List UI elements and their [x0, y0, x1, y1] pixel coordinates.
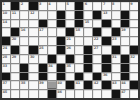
letter-cell[interactable]: 17: [39, 28, 47, 36]
letter-cell[interactable]: [29, 28, 37, 36]
clue-number: 7: [102, 2, 105, 6]
block-cell: [84, 64, 92, 72]
clue-number: 42: [93, 81, 98, 85]
block-cell: [2, 73, 10, 81]
letter-cell[interactable]: [29, 20, 37, 28]
letter-cell[interactable]: [93, 55, 101, 63]
letter-cell[interactable]: 2: [20, 2, 28, 10]
letter-cell[interactable]: [93, 2, 101, 10]
letter-cell[interactable]: [29, 81, 37, 89]
block-cell: [102, 64, 110, 72]
letter-cell[interactable]: 42: [93, 81, 101, 89]
letter-cell[interactable]: [48, 28, 56, 36]
clue-number: 26: [66, 46, 71, 50]
letter-cell[interactable]: 31: [112, 55, 120, 63]
crossword-grid: 1234567891011121314151617181920212223242…: [0, 0, 140, 100]
letter-cell[interactable]: [66, 73, 74, 81]
letter-cell[interactable]: 46: [57, 90, 65, 98]
block-cell: [20, 73, 28, 81]
letter-cell[interactable]: 11: [11, 11, 19, 19]
letter-cell[interactable]: [48, 37, 56, 45]
puzzle-board: 1234567891011121314151617181920212223242…: [0, 0, 140, 100]
letter-cell[interactable]: [84, 37, 92, 45]
letter-cell[interactable]: 32: [130, 55, 138, 63]
letter-cell[interactable]: [11, 20, 19, 28]
letter-cell[interactable]: [48, 73, 56, 81]
letter-cell[interactable]: 8: [112, 2, 120, 10]
clue-number: 12: [29, 11, 34, 15]
clue-number: 44: [121, 81, 126, 85]
letter-cell[interactable]: 23: [112, 37, 120, 45]
letter-cell[interactable]: 20: [11, 37, 19, 45]
block-cell: [112, 46, 120, 54]
letter-cell[interactable]: [130, 37, 138, 45]
clue-number: 15: [84, 20, 89, 24]
block-cell: [93, 11, 101, 19]
block-cell: [57, 46, 65, 54]
letter-cell[interactable]: 14: [2, 20, 10, 28]
letter-cell[interactable]: [66, 11, 74, 19]
block-cell: [2, 37, 10, 45]
letter-cell[interactable]: [11, 90, 19, 98]
block-cell: [75, 11, 83, 19]
block-cell: [112, 28, 120, 36]
block-cell: [57, 37, 65, 45]
letter-cell[interactable]: 43: [112, 81, 120, 89]
block-cell: [121, 55, 129, 63]
clue-number: 46: [57, 90, 62, 94]
block-cell: [39, 73, 47, 81]
letter-cell[interactable]: 9: [130, 2, 138, 10]
clue-number: 21: [66, 37, 71, 41]
letter-cell[interactable]: [112, 20, 120, 28]
letter-cell[interactable]: [75, 37, 83, 45]
letter-cell[interactable]: [75, 46, 83, 54]
letter-cell[interactable]: 13: [102, 11, 110, 19]
block-cell: [48, 55, 56, 63]
letter-cell[interactable]: [11, 64, 19, 72]
letter-cell[interactable]: [11, 81, 19, 89]
clue-number: 18: [75, 28, 80, 32]
letter-cell[interactable]: [75, 90, 83, 98]
letter-cell[interactable]: 26: [66, 46, 74, 54]
block-cell: [121, 20, 129, 28]
letter-cell[interactable]: 28: [2, 55, 10, 63]
letter-cell[interactable]: [66, 20, 74, 28]
clue-number: 8: [112, 2, 115, 6]
block-cell: [48, 90, 56, 98]
clue-number: 45: [2, 90, 7, 94]
selected-cell[interactable]: [48, 81, 56, 89]
clue-number: 28: [2, 55, 7, 59]
block-cell: [11, 46, 19, 54]
letter-cell[interactable]: 24: [2, 46, 10, 54]
letter-cell[interactable]: [11, 73, 19, 81]
letter-cell[interactable]: 3: [39, 2, 47, 10]
letter-cell[interactable]: [84, 73, 92, 81]
clue-number: 39: [39, 81, 44, 85]
block-cell: [75, 2, 83, 10]
block-cell: [84, 81, 92, 89]
clue-number: 31: [112, 55, 117, 59]
letter-cell[interactable]: [121, 46, 129, 54]
letter-cell[interactable]: 37: [2, 81, 10, 89]
block-cell: [102, 37, 110, 45]
block-cell: [29, 46, 37, 54]
block-cell: [121, 11, 129, 19]
block-cell: [84, 55, 92, 63]
clue-number: 40: [57, 81, 62, 85]
letter-cell[interactable]: 34: [48, 64, 56, 72]
clue-number: 38: [20, 81, 25, 85]
letter-cell[interactable]: [112, 64, 120, 72]
letter-cell[interactable]: 16: [20, 28, 28, 36]
clue-number: 11: [11, 11, 16, 15]
letter-cell[interactable]: [84, 28, 92, 36]
letter-cell[interactable]: [112, 11, 120, 19]
block-cell: [102, 81, 110, 89]
block-cell: [93, 73, 101, 81]
letter-cell[interactable]: [84, 11, 92, 19]
letter-cell[interactable]: 7: [102, 2, 110, 10]
letter-cell[interactable]: [75, 64, 83, 72]
letter-cell[interactable]: [20, 20, 28, 28]
letter-cell[interactable]: [102, 28, 110, 36]
clue-number: 25: [39, 46, 44, 50]
letter-cell[interactable]: 12: [29, 11, 37, 19]
letter-cell[interactable]: 15: [84, 20, 92, 28]
letter-cell[interactable]: [121, 2, 129, 10]
block-cell: [112, 90, 120, 98]
letter-cell[interactable]: [93, 64, 101, 72]
letter-cell[interactable]: [57, 28, 65, 36]
letter-cell[interactable]: [20, 37, 28, 45]
letter-cell[interactable]: 19: [121, 28, 129, 36]
letter-cell[interactable]: [102, 90, 110, 98]
letter-cell[interactable]: 45: [2, 90, 10, 98]
block-cell: [93, 28, 101, 36]
block-cell: [84, 46, 92, 54]
clue-number: 36: [102, 73, 107, 77]
block-cell: [57, 73, 65, 81]
clue-number: 17: [39, 28, 44, 32]
clue-number: 30: [29, 55, 34, 59]
letter-cell[interactable]: [39, 11, 47, 19]
block-cell: [39, 64, 47, 72]
block-cell: [20, 64, 28, 72]
clue-number: 19: [121, 28, 126, 32]
letter-cell[interactable]: 25: [39, 46, 47, 54]
letter-cell[interactable]: [93, 90, 101, 98]
letter-cell[interactable]: 44: [121, 81, 129, 89]
letter-cell[interactable]: [57, 55, 65, 63]
clue-number: 16: [20, 28, 25, 32]
letter-cell[interactable]: 39: [39, 81, 47, 89]
letter-cell[interactable]: [20, 90, 28, 98]
block-cell: [121, 73, 129, 81]
letter-cell[interactable]: [112, 73, 120, 81]
letter-cell[interactable]: [130, 28, 138, 36]
letter-cell[interactable]: 10: [2, 11, 10, 19]
letter-cell[interactable]: [121, 37, 129, 45]
clue-number: 23: [112, 37, 117, 41]
block-cell: [39, 20, 47, 28]
letter-cell[interactable]: [48, 20, 56, 28]
clue-number: 4: [48, 2, 51, 6]
clue-number: 22: [93, 37, 98, 41]
letter-cell[interactable]: [57, 2, 65, 10]
clue-number: 24: [2, 46, 7, 50]
clue-number: 13: [102, 11, 107, 15]
letter-cell[interactable]: 21: [66, 37, 74, 45]
clue-number: 34: [48, 64, 53, 68]
block-cell: [29, 2, 37, 10]
clue-number: 43: [112, 81, 117, 85]
clue-number: 6: [84, 2, 87, 6]
letter-cell[interactable]: 5: [66, 2, 74, 10]
letter-cell[interactable]: 30: [29, 55, 37, 63]
letter-cell[interactable]: 38: [20, 81, 28, 89]
block-cell: [130, 81, 138, 89]
letter-cell[interactable]: [130, 64, 138, 72]
letter-cell[interactable]: 27: [93, 46, 101, 54]
letter-cell[interactable]: [93, 20, 101, 28]
letter-cell[interactable]: 18: [75, 28, 83, 36]
letter-cell[interactable]: 35: [66, 64, 74, 72]
block-cell: [66, 81, 74, 89]
letter-cell[interactable]: [130, 73, 138, 81]
clue-number: 9: [130, 2, 133, 6]
letter-cell[interactable]: [29, 37, 37, 45]
block-cell: [57, 11, 65, 19]
block-cell: [11, 2, 19, 10]
clue-number: 14: [2, 20, 7, 24]
letter-cell[interactable]: [20, 11, 28, 19]
block-cell: [11, 28, 19, 36]
letter-cell[interactable]: [20, 55, 28, 63]
letter-cell[interactable]: [39, 55, 47, 63]
block-cell: [121, 64, 129, 72]
clue-number: 37: [2, 81, 7, 85]
clue-number: 47: [121, 90, 126, 94]
letter-cell[interactable]: [29, 90, 37, 98]
letter-cell[interactable]: [29, 64, 37, 72]
letter-cell[interactable]: 22: [93, 37, 101, 45]
letter-cell[interactable]: [130, 20, 138, 28]
block-cell: [75, 73, 83, 81]
clue-number: 33: [2, 64, 7, 68]
letter-cell[interactable]: 47: [121, 90, 129, 98]
clue-number: 29: [11, 55, 16, 59]
letter-cell[interactable]: 29: [11, 55, 19, 63]
clue-number: 20: [11, 37, 16, 41]
letter-cell[interactable]: [29, 73, 37, 81]
letter-cell[interactable]: [39, 90, 47, 98]
block-cell: [66, 28, 74, 36]
clue-number: 1: [2, 2, 5, 6]
clue-number: 3: [39, 2, 42, 6]
block-cell: [102, 20, 110, 28]
clue-number: 2: [20, 2, 23, 6]
letter-cell[interactable]: 36: [102, 73, 110, 81]
letter-cell[interactable]: [75, 55, 83, 63]
block-cell: [66, 55, 74, 63]
clue-number: 10: [2, 11, 7, 15]
block-cell: [102, 55, 110, 63]
block-cell: [130, 46, 138, 54]
letter-cell[interactable]: [102, 46, 110, 54]
letter-cell[interactable]: 1: [2, 2, 10, 10]
letter-cell[interactable]: [48, 11, 56, 19]
clue-number: 27: [93, 46, 98, 50]
block-cell: [57, 64, 65, 72]
clue-number: 5: [66, 2, 69, 6]
letter-cell[interactable]: 4: [48, 2, 56, 10]
block-cell: [57, 20, 65, 28]
letter-cell[interactable]: [130, 90, 138, 98]
letter-cell[interactable]: 33: [2, 64, 10, 72]
clue-number: 35: [66, 64, 71, 68]
block-cell: [75, 20, 83, 28]
letter-cell[interactable]: 6: [84, 2, 92, 10]
letter-cell[interactable]: [130, 11, 138, 19]
clue-number: 32: [130, 55, 135, 59]
letter-cell[interactable]: [39, 37, 47, 45]
letter-cell[interactable]: 41: [75, 81, 83, 89]
clue-number: 41: [75, 81, 80, 85]
letter-cell[interactable]: [84, 90, 92, 98]
letter-cell[interactable]: 40: [57, 81, 65, 89]
letter-cell[interactable]: [2, 28, 10, 36]
letter-cell[interactable]: [48, 46, 56, 54]
letter-cell[interactable]: [20, 46, 28, 54]
letter-cell[interactable]: [66, 90, 74, 98]
